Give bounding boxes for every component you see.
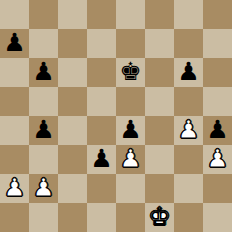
square-e8[interactable] [116,0,145,29]
square-f3[interactable] [145,145,174,174]
square-g8[interactable] [174,0,203,29]
square-a7[interactable]: ♟ [0,29,29,58]
square-d5[interactable] [87,87,116,116]
black-king[interactable]: ♚ [119,57,141,86]
square-b6[interactable]: ♟ [29,58,58,87]
square-e2[interactable] [116,174,145,203]
white-pawn[interactable]: ♟ [206,144,228,173]
square-d7[interactable] [87,29,116,58]
black-pawn[interactable]: ♟ [90,144,112,173]
square-b4[interactable]: ♟ [29,116,58,145]
square-g2[interactable] [174,174,203,203]
black-pawn[interactable]: ♟ [206,115,228,144]
black-pawn[interactable]: ♟ [177,57,199,86]
square-d6[interactable] [87,58,116,87]
square-g6[interactable]: ♟ [174,58,203,87]
square-g1[interactable] [174,203,203,232]
square-h3[interactable]: ♟ [203,145,232,174]
square-h2[interactable] [203,174,232,203]
square-h1[interactable] [203,203,232,232]
chess-board: ♟♟♚♟♟♟♟♟♟♟♟♟♟♚ [0,0,232,232]
square-c3[interactable] [58,145,87,174]
square-h8[interactable] [203,0,232,29]
black-pawn[interactable]: ♟ [119,115,141,144]
white-pawn[interactable]: ♟ [119,144,141,173]
square-e1[interactable] [116,203,145,232]
square-c5[interactable] [58,87,87,116]
square-h7[interactable] [203,29,232,58]
black-pawn[interactable]: ♟ [32,57,54,86]
square-d8[interactable] [87,0,116,29]
square-c7[interactable] [58,29,87,58]
square-a3[interactable] [0,145,29,174]
square-f7[interactable] [145,29,174,58]
square-c1[interactable] [58,203,87,232]
square-a1[interactable] [0,203,29,232]
square-f6[interactable] [145,58,174,87]
square-b1[interactable] [29,203,58,232]
square-a5[interactable] [0,87,29,116]
square-e3[interactable]: ♟ [116,145,145,174]
square-g4[interactable]: ♟ [174,116,203,145]
square-e4[interactable]: ♟ [116,116,145,145]
square-h6[interactable] [203,58,232,87]
square-g5[interactable] [174,87,203,116]
black-pawn[interactable]: ♟ [3,28,25,57]
square-e7[interactable] [116,29,145,58]
square-b2[interactable]: ♟ [29,174,58,203]
white-pawn[interactable]: ♟ [177,115,199,144]
square-f2[interactable] [145,174,174,203]
square-f5[interactable] [145,87,174,116]
square-a2[interactable]: ♟ [0,174,29,203]
square-b8[interactable] [29,0,58,29]
white-pawn[interactable]: ♟ [32,173,54,202]
square-d3[interactable]: ♟ [87,145,116,174]
square-a8[interactable] [0,0,29,29]
square-c4[interactable] [58,116,87,145]
square-e5[interactable] [116,87,145,116]
square-h4[interactable]: ♟ [203,116,232,145]
square-g7[interactable] [174,29,203,58]
square-c6[interactable] [58,58,87,87]
square-b7[interactable] [29,29,58,58]
square-c2[interactable] [58,174,87,203]
white-pawn[interactable]: ♟ [3,173,25,202]
square-h5[interactable] [203,87,232,116]
square-f1[interactable]: ♚ [145,203,174,232]
square-e6[interactable]: ♚ [116,58,145,87]
square-c8[interactable] [58,0,87,29]
square-g3[interactable] [174,145,203,174]
square-f8[interactable] [145,0,174,29]
white-king[interactable]: ♚ [148,202,170,231]
square-f4[interactable] [145,116,174,145]
square-d4[interactable] [87,116,116,145]
square-a4[interactable] [0,116,29,145]
square-a6[interactable] [0,58,29,87]
square-d1[interactable] [87,203,116,232]
black-pawn[interactable]: ♟ [32,115,54,144]
square-b3[interactable] [29,145,58,174]
square-d2[interactable] [87,174,116,203]
square-b5[interactable] [29,87,58,116]
